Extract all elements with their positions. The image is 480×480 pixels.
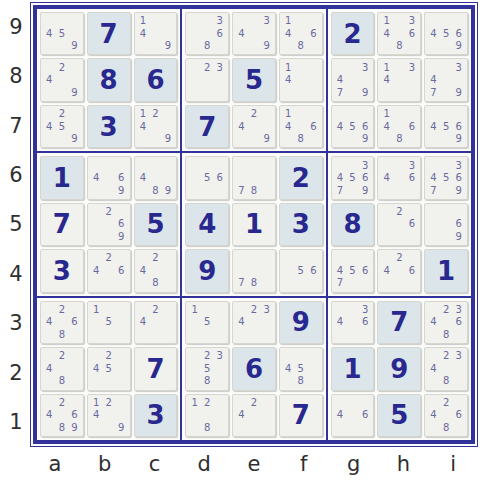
candidate-empty (102, 421, 115, 433)
candidate-empty (235, 397, 248, 409)
candidate-4: 4 (427, 172, 440, 184)
candidates-grid: 345679 (425, 157, 467, 198)
candidate-empty (346, 252, 359, 264)
candidate-empty (248, 265, 261, 277)
candidate-2: 2 (149, 252, 162, 264)
candidates-grid: 4569 (425, 106, 467, 147)
candidate-2: 2 (393, 206, 406, 218)
candidate-empty (393, 27, 406, 39)
candidate-empty (68, 27, 81, 39)
cell-b2[interactable]: 245 (87, 347, 131, 390)
cell-a5[interactable]: 7 (40, 203, 84, 246)
cell-a6[interactable]: 1 (40, 156, 84, 199)
candidate-empty (201, 74, 214, 86)
given-digit: 3 (146, 402, 164, 428)
candidate-empty (68, 397, 81, 409)
cell-a1[interactable]: 24689 (40, 394, 84, 437)
candidate-empty (427, 304, 440, 316)
cell-c6[interactable]: 489 (134, 156, 178, 199)
row-label-3: 3 (9, 311, 22, 335)
candidate-empty (346, 316, 359, 328)
candidate-3: 3 (260, 15, 273, 27)
candidate-empty (393, 74, 406, 86)
candidate-2: 2 (56, 350, 69, 362)
candidate-empty (201, 15, 214, 27)
cell-c3[interactable]: 24 (134, 301, 178, 344)
candidate-empty (427, 375, 440, 387)
candidate-5: 5 (56, 120, 69, 132)
cell-f2[interactable]: 458 (279, 347, 323, 390)
candidates-grid: 46 (332, 395, 374, 436)
candidate-2: 2 (102, 206, 115, 218)
candidate-empty (346, 397, 359, 409)
candidate-empty (248, 252, 261, 264)
candidate-empty (380, 133, 393, 145)
cell-e4[interactable]: 78 (232, 249, 276, 292)
candidate-3: 3 (452, 350, 465, 362)
candidate-empty (359, 108, 372, 120)
col-label-e: e (248, 452, 261, 476)
candidate-4: 4 (43, 363, 56, 375)
candidate-empty (380, 277, 393, 289)
candidate-4: 4 (235, 409, 248, 421)
candidate-empty (102, 277, 115, 289)
candidate-empty (359, 421, 372, 433)
col-label-a: a (48, 452, 61, 476)
cell-b4[interactable]: 246 (87, 249, 131, 292)
candidate-empty (90, 231, 103, 243)
candidate-empty (248, 329, 261, 341)
candidate-4: 4 (282, 27, 295, 39)
candidate-empty (90, 329, 103, 341)
cell-f1[interactable]: 7 (279, 394, 323, 437)
cell-h7[interactable]: 1468 (377, 105, 421, 148)
candidate-5: 5 (102, 363, 115, 375)
cell-c8[interactable]: 6 (134, 58, 178, 101)
cell-e5[interactable]: 1 (232, 203, 276, 246)
cell-i2[interactable]: 2348 (424, 347, 468, 390)
cell-e8[interactable]: 5 (232, 58, 276, 101)
cell-d4[interactable]: 9 (185, 249, 229, 292)
cell-e6[interactable]: 78 (232, 156, 276, 199)
candidate-empty (452, 74, 465, 86)
cell-i3[interactable]: 23468 (424, 301, 468, 344)
candidate-empty (56, 40, 69, 52)
candidate-4: 4 (137, 316, 150, 328)
cell-h2[interactable]: 9 (377, 347, 421, 390)
candidate-1: 1 (188, 397, 201, 409)
candidate-empty (427, 350, 440, 362)
cell-d9[interactable]: 368 (185, 12, 229, 55)
cell-g2[interactable]: 1 (331, 347, 375, 390)
candidate-empty (68, 61, 81, 73)
candidate-empty (162, 304, 175, 316)
candidate-empty (393, 86, 406, 98)
candidate-empty (452, 363, 465, 375)
cell-f9[interactable]: 1468 (279, 12, 323, 55)
candidate-empty (440, 15, 453, 27)
candidate-6: 6 (406, 265, 419, 277)
cell-h9[interactable]: 13468 (377, 12, 421, 55)
cell-i7[interactable]: 4569 (424, 105, 468, 148)
candidate-empty (56, 74, 69, 86)
candidate-4: 4 (90, 172, 103, 184)
candidate-6: 6 (406, 172, 419, 184)
cell-d8[interactable]: 23 (185, 58, 229, 101)
cell-c4[interactable]: 248 (134, 249, 178, 292)
candidates-grid: 13468 (378, 13, 420, 54)
candidate-empty (406, 231, 419, 243)
candidate-empty (102, 231, 115, 243)
candidate-empty (235, 108, 248, 120)
candidate-empty (248, 15, 261, 27)
candidate-empty (393, 265, 406, 277)
cell-h6[interactable]: 346 (377, 156, 421, 199)
candidate-8: 8 (440, 375, 453, 387)
cell-a8[interactable]: 249 (40, 58, 84, 101)
candidate-empty (346, 409, 359, 421)
candidate-empty (440, 184, 453, 196)
cell-c1[interactable]: 3 (134, 394, 178, 437)
cell-c9[interactable]: 149 (134, 12, 178, 55)
candidate-1: 1 (282, 15, 295, 27)
candidate-4: 4 (334, 409, 347, 421)
cell-g1[interactable]: 46 (331, 394, 375, 437)
candidate-empty (260, 172, 273, 184)
candidate-4: 4 (137, 27, 150, 39)
candidate-empty (43, 329, 56, 341)
candidate-empty (334, 304, 347, 316)
cell-c7[interactable]: 1249 (134, 105, 178, 148)
candidates-grid: 2348 (425, 348, 467, 389)
cell-i8[interactable]: 3479 (424, 58, 468, 101)
given-digit: 3 (292, 211, 310, 237)
cell-i5[interactable]: 69 (424, 203, 468, 246)
candidates-grid: 24689 (41, 395, 83, 436)
candidate-3: 3 (452, 61, 465, 73)
candidate-empty (248, 159, 261, 171)
candidate-empty (137, 133, 150, 145)
solved-digit: 7 (146, 356, 164, 382)
given-digit: 1 (53, 165, 71, 191)
candidates-grid: 15 (88, 302, 130, 343)
candidate-4: 4 (90, 409, 103, 421)
row-label-4: 4 (9, 262, 22, 286)
candidate-4: 4 (235, 120, 248, 132)
given-digit: 4 (198, 211, 216, 237)
candidate-3: 3 (452, 159, 465, 171)
box-0: 459714924986245931249 (36, 8, 181, 152)
cell-d3[interactable]: 15 (185, 301, 229, 344)
row-label-9: 9 (9, 15, 22, 39)
candidate-empty (102, 159, 115, 171)
candidate-empty (43, 397, 56, 409)
cell-f3[interactable]: 9 (279, 301, 323, 344)
candidate-3: 3 (260, 304, 273, 316)
cell-d2[interactable]: 2358 (185, 347, 229, 390)
candidate-2: 2 (248, 304, 261, 316)
cell-h8[interactable]: 134 (377, 58, 421, 101)
candidates-grid: 128 (186, 395, 228, 436)
candidate-empty (427, 133, 440, 145)
candidate-8: 8 (56, 421, 69, 433)
candidates-grid: 56 (186, 157, 228, 198)
candidate-empty (102, 218, 115, 230)
candidate-9: 9 (359, 184, 372, 196)
candidate-6: 6 (406, 218, 419, 230)
col-label-g: g (347, 452, 360, 476)
given-digit: 9 (198, 258, 216, 284)
candidate-6: 6 (452, 218, 465, 230)
candidate-empty (427, 40, 440, 52)
candidates-grid: 4569 (425, 13, 467, 54)
candidate-empty (68, 329, 81, 341)
candidate-7: 7 (235, 184, 248, 196)
candidate-empty (440, 61, 453, 73)
candidate-empty (149, 172, 162, 184)
candidates-grid: 78 (233, 157, 275, 198)
candidate-3: 3 (214, 15, 227, 27)
box-8: 3467234681923484652468 (327, 297, 472, 441)
candidate-empty (201, 86, 214, 98)
cell-g6[interactable]: 345679 (331, 156, 375, 199)
sudoku-board: 4597149249862459312493683491468235147249… (33, 5, 475, 444)
candidate-1: 1 (137, 15, 150, 27)
candidate-4: 4 (43, 120, 56, 132)
candidate-empty (440, 133, 453, 145)
candidate-4: 4 (380, 74, 393, 86)
candidate-3: 3 (406, 159, 419, 171)
cell-b6[interactable]: 469 (87, 156, 131, 199)
candidate-1: 1 (380, 61, 393, 73)
candidate-empty (102, 304, 115, 316)
cell-g4[interactable]: 4567 (331, 249, 375, 292)
candidate-empty (427, 61, 440, 73)
candidate-empty (406, 108, 419, 120)
candidate-empty (214, 86, 227, 98)
candidate-2: 2 (102, 252, 115, 264)
candidate-empty (102, 375, 115, 387)
cell-g5[interactable]: 8 (331, 203, 375, 246)
candidate-2: 2 (102, 397, 115, 409)
candidate-1: 1 (137, 108, 150, 120)
candidate-empty (115, 252, 128, 264)
candidates-grid: 23468 (425, 302, 467, 343)
cell-f8[interactable]: 14 (279, 58, 323, 101)
cell-b5[interactable]: 269 (87, 203, 131, 246)
cell-i1[interactable]: 2468 (424, 394, 468, 437)
candidate-empty (149, 316, 162, 328)
candidate-empty (235, 265, 248, 277)
candidates-grid: 4567 (332, 250, 374, 291)
candidate-empty (235, 304, 248, 316)
candidate-7: 7 (334, 86, 347, 98)
candidate-empty (68, 304, 81, 316)
candidate-empty (248, 421, 261, 433)
cell-e1[interactable]: 24 (232, 394, 276, 437)
candidate-empty (294, 86, 307, 98)
cell-d5[interactable]: 4 (185, 203, 229, 246)
candidate-empty (214, 184, 227, 196)
candidate-empty (260, 409, 273, 421)
cell-b1[interactable]: 1249 (87, 394, 131, 437)
candidate-empty (115, 304, 128, 316)
candidate-empty (56, 133, 69, 145)
cell-a2[interactable]: 248 (40, 347, 84, 390)
candidate-empty (334, 397, 347, 409)
candidate-empty (393, 15, 406, 27)
candidate-empty (260, 316, 273, 328)
candidate-empty (56, 409, 69, 421)
cell-c2[interactable]: 7 (134, 347, 178, 390)
candidate-empty (248, 316, 261, 328)
candidate-empty (188, 350, 201, 362)
candidate-empty (440, 108, 453, 120)
cell-a4[interactable]: 3 (40, 249, 84, 292)
solved-digit: 7 (292, 402, 310, 428)
candidate-6: 6 (359, 409, 372, 421)
candidate-4: 4 (334, 120, 347, 132)
cell-c5[interactable]: 5 (134, 203, 178, 246)
candidate-empty (162, 277, 175, 289)
candidate-empty (294, 74, 307, 86)
cell-d6[interactable]: 56 (185, 156, 229, 199)
candidate-6: 6 (406, 27, 419, 39)
row-label-1: 1 (9, 410, 22, 434)
candidate-empty (56, 363, 69, 375)
cell-f7[interactable]: 1468 (279, 105, 323, 148)
candidate-8: 8 (56, 375, 69, 387)
solved-digit: 3 (53, 258, 71, 284)
candidate-empty (162, 252, 175, 264)
candidates-grid: 234 (233, 302, 275, 343)
candidate-9: 9 (260, 133, 273, 145)
candidate-empty (346, 108, 359, 120)
cell-b7[interactable]: 3 (87, 105, 131, 148)
candidate-empty (334, 329, 347, 341)
candidate-empty (452, 329, 465, 341)
candidate-empty (214, 363, 227, 375)
candidate-2: 2 (440, 397, 453, 409)
candidate-empty (188, 61, 201, 73)
col-label-b: b (98, 452, 111, 476)
cell-e2[interactable]: 6 (232, 347, 276, 390)
candidate-empty (188, 184, 201, 196)
candidate-empty (162, 27, 175, 39)
box-3: 1469489726953246248 (36, 152, 181, 296)
cell-g9[interactable]: 2 (331, 12, 375, 55)
candidate-5: 5 (346, 172, 359, 184)
candidate-6: 6 (359, 265, 372, 277)
candidate-empty (90, 375, 103, 387)
candidate-empty (427, 206, 440, 218)
cell-a3[interactable]: 2468 (40, 301, 84, 344)
candidate-empty (235, 329, 248, 341)
cell-f5[interactable]: 3 (279, 203, 323, 246)
cell-f4[interactable]: 56 (279, 249, 323, 292)
cell-g8[interactable]: 3479 (331, 58, 375, 101)
candidate-empty (307, 375, 320, 387)
cell-e7[interactable]: 249 (232, 105, 276, 148)
candidate-empty (149, 329, 162, 341)
candidate-empty (43, 350, 56, 362)
candidate-6: 6 (214, 27, 227, 39)
cell-d7[interactable]: 7 (185, 105, 229, 148)
candidate-empty (137, 159, 150, 171)
candidate-empty (406, 40, 419, 52)
candidate-1: 1 (282, 108, 295, 120)
cell-b8[interactable]: 8 (87, 58, 131, 101)
candidates-grid: 458 (280, 348, 322, 389)
candidate-empty (56, 86, 69, 98)
cell-b3[interactable]: 15 (87, 301, 131, 344)
sudoku-board-frame: 4597149249862459312493683491468235147249… (30, 2, 478, 447)
candidate-empty (235, 133, 248, 145)
candidate-4: 4 (334, 265, 347, 277)
candidate-empty (282, 350, 295, 362)
cell-h5[interactable]: 26 (377, 203, 421, 246)
cell-b9[interactable]: 7 (87, 12, 131, 55)
candidate-9: 9 (452, 133, 465, 145)
candidate-9: 9 (162, 40, 175, 52)
cell-g3[interactable]: 346 (331, 301, 375, 344)
cell-h4[interactable]: 246 (377, 249, 421, 292)
candidate-2: 2 (248, 397, 261, 409)
cell-i6[interactable]: 345679 (424, 156, 468, 199)
candidate-9: 9 (162, 184, 175, 196)
box-4: 5678241397856 (181, 152, 326, 296)
cell-h1[interactable]: 5 (377, 394, 421, 437)
candidate-empty (162, 120, 175, 132)
cell-h3[interactable]: 7 (377, 301, 421, 344)
candidate-4: 4 (334, 316, 347, 328)
candidate-2: 2 (56, 397, 69, 409)
cell-d1[interactable]: 128 (185, 394, 229, 437)
candidate-empty (440, 409, 453, 421)
candidate-6: 6 (406, 120, 419, 132)
candidate-empty (43, 108, 56, 120)
candidate-9: 9 (359, 86, 372, 98)
candidates-grid: 469 (88, 157, 130, 198)
candidate-empty (380, 252, 393, 264)
candidate-empty (359, 277, 372, 289)
candidates-grid: 245 (88, 348, 130, 389)
cell-f6[interactable]: 2 (279, 156, 323, 199)
candidate-empty (380, 231, 393, 243)
candidate-8: 8 (294, 133, 307, 145)
candidate-empty (149, 265, 162, 277)
candidate-empty (346, 61, 359, 73)
candidate-empty (307, 252, 320, 264)
candidates-grid: 69 (425, 204, 467, 245)
cell-a7[interactable]: 2459 (40, 105, 84, 148)
cell-i4[interactable]: 1 (424, 249, 468, 292)
candidate-empty (260, 184, 273, 196)
candidate-5: 5 (201, 172, 214, 184)
cell-i9[interactable]: 4569 (424, 12, 468, 55)
row-label-7: 7 (9, 114, 22, 138)
candidates-grid: 1468 (280, 13, 322, 54)
candidate-8: 8 (440, 329, 453, 341)
cell-a9[interactable]: 459 (40, 12, 84, 55)
candidate-3: 3 (214, 350, 227, 362)
cell-e3[interactable]: 234 (232, 301, 276, 344)
cell-e9[interactable]: 349 (232, 12, 276, 55)
candidate-8: 8 (248, 184, 261, 196)
cell-g7[interactable]: 4569 (331, 105, 375, 148)
candidate-4: 4 (43, 316, 56, 328)
candidate-empty (162, 329, 175, 341)
